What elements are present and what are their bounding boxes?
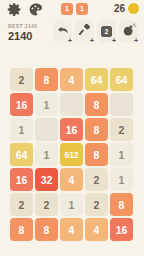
tile-16: 16	[10, 93, 33, 116]
tile-1: 1	[10, 118, 33, 141]
game-screen: { "game": { "name": "2048-style merge nu…	[0, 0, 144, 256]
coin-amount: 26	[114, 3, 125, 14]
theme-button[interactable]	[27, 3, 43, 19]
game-board[interactable]: 2846464161811682641512811632421221288844…	[10, 68, 133, 241]
tile-1: 1	[35, 143, 58, 166]
tile-4: 4	[85, 218, 108, 241]
tile-64: 64	[85, 68, 108, 91]
coin-counter[interactable]: 26	[114, 3, 139, 14]
settings-button[interactable]	[6, 3, 22, 19]
tile-512: 512	[60, 143, 83, 166]
tile-8: 8	[85, 118, 108, 141]
queue-tile: 1	[61, 3, 73, 15]
tile-32: 32	[35, 168, 58, 191]
tile-8: 8	[35, 68, 58, 91]
empty-cell	[110, 93, 133, 116]
best-score-label: BEST 2140	[8, 23, 37, 29]
swap-tile-icon: 2	[101, 26, 112, 37]
tile-64: 64	[10, 143, 33, 166]
powerup-bar: + + 2 + +	[53, 20, 138, 43]
tile-8: 8	[110, 193, 133, 216]
palette-icon	[28, 2, 43, 21]
tile-1: 1	[35, 93, 58, 116]
buy-more-badge: +	[134, 37, 138, 44]
bomb-button[interactable]: +	[119, 20, 138, 43]
empty-cell	[60, 93, 83, 116]
gear-icon	[7, 2, 22, 21]
next-tiles-queue: 1 1	[61, 3, 88, 15]
tile-1: 1	[110, 143, 133, 166]
tile-16: 16	[60, 118, 83, 141]
coin-icon	[128, 3, 139, 14]
tile-2: 2	[35, 193, 58, 216]
tile-2: 2	[85, 193, 108, 216]
tile-1: 1	[110, 168, 133, 191]
tile-2: 2	[10, 193, 33, 216]
buy-more-badge: +	[112, 37, 116, 44]
tile-4: 4	[60, 218, 83, 241]
tile-8: 8	[10, 218, 33, 241]
queue-tile: 1	[76, 3, 88, 15]
current-score: 2140	[8, 30, 37, 42]
tile-2: 2	[110, 118, 133, 141]
undo-button[interactable]: +	[53, 20, 72, 43]
tile-64: 64	[110, 68, 133, 91]
buy-more-badge: +	[68, 37, 72, 44]
tile-4: 4	[60, 168, 83, 191]
tile-8: 8	[35, 218, 58, 241]
tile-4: 4	[60, 68, 83, 91]
tile-1: 1	[60, 193, 83, 216]
tile-2: 2	[85, 168, 108, 191]
tile-8: 8	[85, 143, 108, 166]
score-block: BEST 2140 2140	[8, 23, 37, 42]
tile-16: 16	[10, 168, 33, 191]
hammer-button[interactable]: +	[75, 20, 94, 43]
tile-8: 8	[85, 93, 108, 116]
swap-number-button[interactable]: 2 +	[97, 20, 116, 43]
tile-16: 16	[110, 218, 133, 241]
buy-more-badge: +	[90, 37, 94, 44]
tile-2: 2	[10, 68, 33, 91]
empty-cell	[35, 118, 58, 141]
